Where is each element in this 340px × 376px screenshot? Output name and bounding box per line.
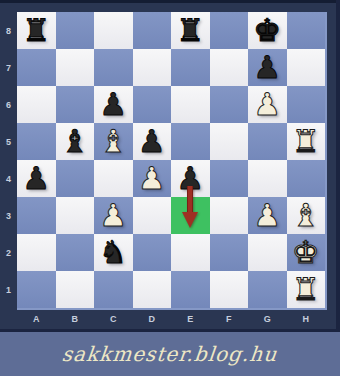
rank-label-5: 5 bbox=[0, 123, 17, 160]
black-pawn: ♟ bbox=[22, 160, 50, 197]
square-c8 bbox=[94, 12, 133, 49]
square-c3: ♟ bbox=[94, 197, 133, 234]
square-f8 bbox=[210, 12, 249, 49]
square-f7 bbox=[210, 49, 249, 86]
square-h2: ♚ bbox=[287, 234, 326, 271]
square-d1 bbox=[133, 271, 172, 308]
square-e7 bbox=[171, 49, 210, 86]
white-pawn: ♟ bbox=[253, 197, 281, 234]
square-h5: ♜ bbox=[287, 123, 326, 160]
board-frame: 87654321 ♜♜♚♟♟♟♝♝♟♜♟♟♟♟♟♝♞♚♜ ABCDEFGH bbox=[0, 0, 340, 332]
square-e2 bbox=[171, 234, 210, 271]
rank-label-4: 4 bbox=[0, 160, 17, 197]
rank-label-3: 3 bbox=[0, 197, 17, 234]
chess-board: ♜♜♚♟♟♟♝♝♟♜♟♟♟♟♟♝♞♚♜ bbox=[17, 12, 327, 310]
square-c1 bbox=[94, 271, 133, 308]
square-h8 bbox=[287, 12, 326, 49]
square-e6 bbox=[171, 86, 210, 123]
white-bishop: ♝ bbox=[292, 197, 320, 234]
square-d4: ♟ bbox=[133, 160, 172, 197]
square-b2 bbox=[56, 234, 95, 271]
square-c2: ♞ bbox=[94, 234, 133, 271]
square-b1 bbox=[56, 271, 95, 308]
file-label-h: H bbox=[287, 310, 326, 328]
file-label-e: E bbox=[171, 310, 210, 328]
square-f2 bbox=[210, 234, 249, 271]
square-e4: ♟ bbox=[171, 160, 210, 197]
black-bishop: ♝ bbox=[61, 123, 89, 160]
square-e1 bbox=[171, 271, 210, 308]
file-labels: ABCDEFGH bbox=[17, 310, 325, 328]
frame-top-edge bbox=[0, 0, 340, 3]
square-d7 bbox=[133, 49, 172, 86]
black-pawn: ♟ bbox=[176, 160, 204, 197]
square-b8 bbox=[56, 12, 95, 49]
black-pawn: ♟ bbox=[99, 86, 127, 123]
white-pawn: ♟ bbox=[253, 86, 281, 123]
square-f4 bbox=[210, 160, 249, 197]
square-e8: ♜ bbox=[171, 12, 210, 49]
square-d6 bbox=[133, 86, 172, 123]
rank-label-1: 1 bbox=[0, 271, 17, 308]
file-label-c: C bbox=[94, 310, 133, 328]
square-a2 bbox=[17, 234, 56, 271]
rank-label-7: 7 bbox=[0, 49, 17, 86]
white-pawn: ♟ bbox=[99, 197, 127, 234]
square-h4 bbox=[287, 160, 326, 197]
file-label-f: F bbox=[210, 310, 249, 328]
square-a7 bbox=[17, 49, 56, 86]
frame-right-edge bbox=[336, 0, 340, 332]
square-c5: ♝ bbox=[94, 123, 133, 160]
square-d2 bbox=[133, 234, 172, 271]
file-label-a: A bbox=[17, 310, 56, 328]
square-a6 bbox=[17, 86, 56, 123]
file-label-b: B bbox=[56, 310, 95, 328]
square-c7 bbox=[94, 49, 133, 86]
square-h7 bbox=[287, 49, 326, 86]
square-d8 bbox=[133, 12, 172, 49]
square-f3 bbox=[210, 197, 249, 234]
rank-label-6: 6 bbox=[0, 86, 17, 123]
square-f1 bbox=[210, 271, 249, 308]
file-label-g: G bbox=[248, 310, 287, 328]
white-rook: ♜ bbox=[292, 123, 320, 160]
square-a3 bbox=[17, 197, 56, 234]
rank-label-2: 2 bbox=[0, 234, 17, 271]
square-h6 bbox=[287, 86, 326, 123]
square-a5 bbox=[17, 123, 56, 160]
square-b7 bbox=[56, 49, 95, 86]
square-h1: ♜ bbox=[287, 271, 326, 308]
square-e3 bbox=[171, 197, 210, 234]
square-d3 bbox=[133, 197, 172, 234]
square-g4 bbox=[248, 160, 287, 197]
footer: sakkmester.blog.hu bbox=[0, 332, 340, 376]
square-g3: ♟ bbox=[248, 197, 287, 234]
square-b4 bbox=[56, 160, 95, 197]
white-pawn: ♟ bbox=[138, 160, 166, 197]
square-e5 bbox=[171, 123, 210, 160]
black-rook: ♜ bbox=[22, 12, 50, 49]
white-rook: ♜ bbox=[292, 271, 320, 308]
square-f5 bbox=[210, 123, 249, 160]
black-knight: ♞ bbox=[99, 234, 127, 271]
square-g7: ♟ bbox=[248, 49, 287, 86]
file-label-d: D bbox=[133, 310, 172, 328]
square-g5 bbox=[248, 123, 287, 160]
square-f6 bbox=[210, 86, 249, 123]
square-g8: ♚ bbox=[248, 12, 287, 49]
white-bishop: ♝ bbox=[99, 123, 127, 160]
square-c4 bbox=[94, 160, 133, 197]
square-a8: ♜ bbox=[17, 12, 56, 49]
square-g2 bbox=[248, 234, 287, 271]
rank-label-8: 8 bbox=[0, 12, 17, 49]
square-g6: ♟ bbox=[248, 86, 287, 123]
black-pawn: ♟ bbox=[138, 123, 166, 160]
square-b3 bbox=[56, 197, 95, 234]
black-rook: ♜ bbox=[176, 12, 204, 49]
black-king: ♚ bbox=[253, 12, 281, 49]
square-b6 bbox=[56, 86, 95, 123]
square-a4: ♟ bbox=[17, 160, 56, 197]
black-pawn: ♟ bbox=[253, 49, 281, 86]
square-a1 bbox=[17, 271, 56, 308]
square-d5: ♟ bbox=[133, 123, 172, 160]
square-c6: ♟ bbox=[94, 86, 133, 123]
rank-labels: 87654321 bbox=[0, 12, 17, 308]
footer-site-text: sakkmester.blog.hu bbox=[61, 342, 279, 366]
white-king: ♚ bbox=[292, 234, 320, 271]
square-b5: ♝ bbox=[56, 123, 95, 160]
square-h3: ♝ bbox=[287, 197, 326, 234]
square-g1 bbox=[248, 271, 287, 308]
